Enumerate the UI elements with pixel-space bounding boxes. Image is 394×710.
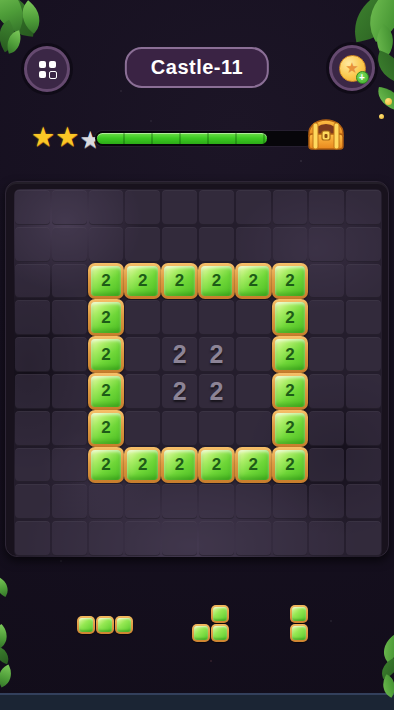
board-cell[interactable] (52, 264, 87, 299)
block-number: 2 (275, 266, 306, 297)
star-icon-gold: ★ (55, 124, 79, 153)
board-cell[interactable]: 2 (236, 264, 271, 299)
block-number: 2 (127, 450, 158, 481)
block-number: 2 (91, 266, 122, 297)
board-cell[interactable] (236, 300, 271, 335)
board-cell[interactable] (236, 374, 271, 409)
green-block: 2 (198, 447, 235, 484)
board-cell[interactable] (199, 484, 234, 519)
star-icon-gold: ★ (31, 124, 55, 153)
board-cell[interactable] (309, 374, 344, 409)
board-cell[interactable] (346, 448, 381, 483)
board-cell[interactable] (162, 227, 197, 262)
board-cell[interactable]: 2 (199, 374, 234, 409)
board-cell[interactable] (125, 374, 160, 409)
level-title: Castle-11 (151, 56, 243, 79)
tray-block (77, 616, 95, 634)
tray-block (290, 605, 308, 623)
board-cell[interactable] (162, 300, 197, 335)
block-number: 2 (164, 266, 195, 297)
board-cell[interactable]: 2 (89, 374, 124, 409)
board-cell[interactable] (346, 521, 381, 556)
board-cell[interactable] (52, 484, 87, 519)
green-block: 2 (235, 263, 272, 300)
board-cell[interactable] (273, 521, 308, 556)
board-cell[interactable]: 2 (273, 448, 308, 483)
block-number: 2 (164, 450, 195, 481)
tray-block (192, 624, 210, 642)
board-cell[interactable] (309, 300, 344, 335)
green-block: 2 (124, 263, 161, 300)
board-cell[interactable] (309, 411, 344, 446)
hint-number: 2 (162, 337, 197, 372)
green-block: 2 (272, 373, 309, 410)
board-cell[interactable] (346, 264, 381, 299)
coin-plus-icon: ★ + (339, 55, 366, 82)
green-block: 2 (235, 447, 272, 484)
board-cell[interactable] (125, 300, 160, 335)
block-number: 2 (91, 376, 122, 407)
bottom-bar (0, 693, 394, 710)
plus-badge-icon: + (356, 71, 369, 84)
board-cell[interactable] (162, 484, 197, 519)
board-cell[interactable] (273, 484, 308, 519)
board-cell[interactable] (236, 521, 271, 556)
board-cell[interactable] (15, 227, 50, 262)
board-cell[interactable] (125, 411, 160, 446)
board-cell[interactable] (89, 190, 124, 225)
progress-fill (97, 133, 267, 144)
block-number: 2 (275, 339, 306, 370)
block-number: 2 (91, 413, 122, 444)
board-cell[interactable] (162, 190, 197, 225)
block-number: 2 (201, 266, 232, 297)
menu-button[interactable] (24, 46, 70, 92)
treasure-chest-icon (306, 117, 346, 158)
board-cell[interactable] (15, 374, 50, 409)
board-cell[interactable] (15, 190, 50, 225)
board-cell[interactable] (346, 227, 381, 262)
board-cell[interactable] (52, 521, 87, 556)
board-cell[interactable] (273, 227, 308, 262)
block-number: 2 (91, 339, 122, 370)
board-cell[interactable] (52, 374, 87, 409)
board-cell[interactable]: 2 (273, 300, 308, 335)
board-cell[interactable]: 2 (199, 448, 234, 483)
hint-number: 2 (199, 337, 234, 372)
board-cell[interactable] (346, 190, 381, 225)
board-cell[interactable]: 2 (162, 374, 197, 409)
tray-block (96, 616, 114, 634)
board-cell[interactable]: 2 (89, 264, 124, 299)
level-stars: ★★★ (31, 124, 101, 153)
green-block: 2 (88, 410, 125, 447)
game-board: 222222222222222222222222 (5, 181, 389, 557)
board-cell[interactable] (236, 227, 271, 262)
tray-block (115, 616, 133, 634)
tray-block (211, 605, 229, 623)
block-number: 2 (238, 266, 269, 297)
green-block: 2 (161, 263, 198, 300)
board-cell[interactable]: 2 (162, 448, 197, 483)
board-cell[interactable] (15, 484, 50, 519)
green-block: 2 (124, 447, 161, 484)
board-cell[interactable] (346, 411, 381, 446)
board-cell[interactable] (52, 411, 87, 446)
green-block: 2 (272, 447, 309, 484)
menu-grid-icon (39, 61, 56, 78)
board-cell[interactable] (309, 227, 344, 262)
block-number: 2 (275, 450, 306, 481)
board-cell[interactable]: 2 (273, 264, 308, 299)
block-number: 2 (275, 376, 306, 407)
block-number: 2 (275, 302, 306, 333)
board-cell[interactable]: 2 (125, 264, 160, 299)
board-cell[interactable]: 2 (273, 337, 308, 372)
board-cell[interactable] (15, 337, 50, 372)
board-cell[interactable] (236, 411, 271, 446)
board-cell[interactable] (236, 337, 271, 372)
board-cell[interactable] (346, 484, 381, 519)
board-cell[interactable] (15, 300, 50, 335)
board-cell[interactable] (52, 227, 87, 262)
hint-number: 2 (162, 374, 197, 409)
board-cell[interactable] (199, 411, 234, 446)
block-number: 2 (127, 266, 158, 297)
board-cell[interactable] (52, 448, 87, 483)
board-cell[interactable] (346, 300, 381, 335)
board-cell[interactable] (199, 300, 234, 335)
block-number: 2 (91, 302, 122, 333)
block-number: 2 (201, 450, 232, 481)
board-cell[interactable]: 2 (89, 300, 124, 335)
board-cell[interactable] (236, 484, 271, 519)
board-cell[interactable] (89, 227, 124, 262)
board-cell[interactable] (273, 190, 308, 225)
board-cell[interactable] (309, 190, 344, 225)
block-number: 2 (275, 413, 306, 444)
board-cell[interactable] (199, 227, 234, 262)
board-cell[interactable] (309, 448, 344, 483)
green-block: 2 (161, 447, 198, 484)
board-cell[interactable]: 2 (162, 264, 197, 299)
board-cell[interactable] (162, 411, 197, 446)
block-number: 2 (238, 450, 269, 481)
board-cell[interactable] (125, 227, 160, 262)
board-cell[interactable] (125, 337, 160, 372)
board-cell[interactable] (309, 337, 344, 372)
board-cell[interactable] (309, 521, 344, 556)
board-cell[interactable]: 2 (125, 448, 160, 483)
board-cell[interactable] (309, 484, 344, 519)
tray-block (290, 624, 308, 642)
level-progress-bar (95, 131, 313, 146)
board-cell[interactable] (309, 264, 344, 299)
board-cell[interactable] (125, 190, 160, 225)
board-cell[interactable] (15, 448, 50, 483)
board-cell[interactable] (15, 264, 50, 299)
board-cell[interactable]: 2 (199, 337, 234, 372)
board-cell[interactable] (236, 190, 271, 225)
board-cell[interactable]: 2 (162, 337, 197, 372)
green-block: 2 (272, 263, 309, 300)
green-block: 2 (272, 410, 309, 447)
board-cell[interactable]: 2 (89, 448, 124, 483)
green-block: 2 (198, 263, 235, 300)
board-cell[interactable] (346, 337, 381, 372)
board-cell[interactable] (15, 521, 50, 556)
board-cell[interactable]: 2 (89, 411, 124, 446)
block-number: 2 (91, 450, 122, 481)
board-cell[interactable] (89, 521, 124, 556)
board-cell[interactable] (199, 190, 234, 225)
board-cell[interactable] (52, 337, 87, 372)
board-cell[interactable] (15, 411, 50, 446)
board-cell[interactable] (89, 484, 124, 519)
board-cell[interactable] (52, 190, 87, 225)
board-cell[interactable] (125, 484, 160, 519)
board-cell[interactable]: 2 (89, 337, 124, 372)
green-block: 2 (88, 447, 125, 484)
green-block: 2 (272, 299, 309, 336)
board-grid: 222222222222222222222222 (14, 189, 382, 557)
board-cell[interactable]: 2 (199, 264, 234, 299)
green-block: 2 (88, 299, 125, 336)
green-block: 2 (272, 336, 309, 373)
board-cell[interactable]: 2 (236, 448, 271, 483)
piece-tray (0, 598, 394, 648)
green-block: 2 (88, 373, 125, 410)
board-cell[interactable]: 2 (273, 411, 308, 446)
board-cell[interactable]: 2 (273, 374, 308, 409)
board-cell[interactable] (346, 374, 381, 409)
shop-button[interactable]: ★ + (329, 45, 375, 91)
board-cell[interactable] (125, 521, 160, 556)
hint-number: 2 (199, 374, 234, 409)
board-cell[interactable] (199, 521, 234, 556)
level-title-badge: Castle-11 (125, 47, 269, 88)
green-block: 2 (88, 263, 125, 300)
board-background: 222222222222222222222222 (14, 189, 382, 557)
green-block: 2 (88, 336, 125, 373)
board-cell[interactable] (52, 300, 87, 335)
board-cell[interactable] (162, 521, 197, 556)
tray-block (211, 624, 229, 642)
